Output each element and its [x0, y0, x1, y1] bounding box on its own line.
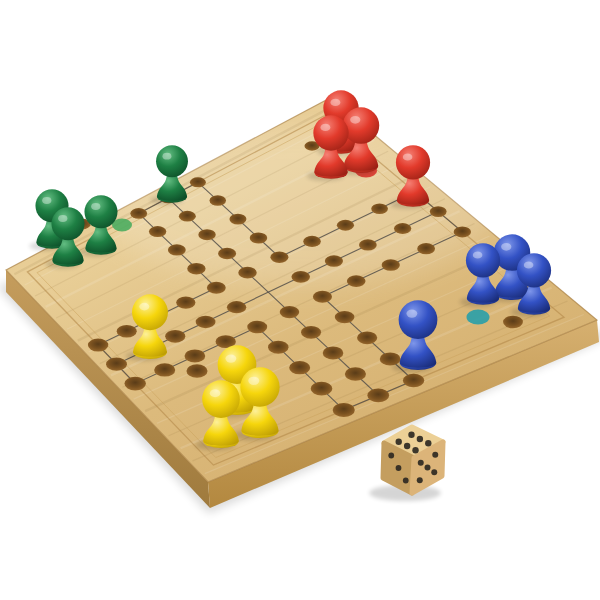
track-hole [106, 358, 127, 371]
track-hole [154, 363, 175, 376]
track-hole [185, 349, 206, 362]
track-hole [227, 301, 246, 313]
track-hole [347, 275, 366, 287]
track-hole [117, 325, 137, 338]
track-hole [333, 403, 355, 417]
track-hole [394, 223, 411, 234]
track-hole [176, 296, 195, 308]
track-hole [289, 361, 310, 374]
track-hole [345, 367, 366, 380]
scene [0, 0, 600, 600]
teal-start-dot [467, 310, 490, 325]
yellow-base-hole [186, 364, 207, 377]
track-hole [247, 321, 267, 334]
track-hole [209, 195, 226, 205]
track-hole [198, 229, 215, 240]
track-hole [367, 389, 389, 403]
track-hole [311, 382, 333, 396]
track-hole [196, 316, 216, 329]
track-hole [371, 203, 388, 214]
track-hole [130, 208, 147, 219]
track-hole [403, 374, 424, 388]
track-hole [325, 255, 343, 266]
track-hole [165, 330, 185, 343]
track-hole [268, 341, 288, 354]
track-hole [190, 177, 206, 187]
track-hole [291, 271, 310, 283]
track-hole [179, 211, 196, 222]
track-hole [88, 339, 108, 352]
blue-base-hole [503, 316, 523, 329]
track-hole [124, 377, 145, 391]
track-hole [187, 263, 205, 275]
track-hole [335, 311, 355, 323]
track-hole [357, 331, 377, 344]
track-hole [238, 267, 256, 279]
track-hole [430, 206, 447, 217]
track-hole [359, 239, 377, 250]
track-hole [337, 220, 354, 231]
track-hole [218, 248, 236, 259]
track-hole [313, 291, 332, 303]
track-hole [229, 214, 246, 225]
die[interactable] [369, 427, 443, 501]
track-hole [454, 226, 471, 237]
track-hole [323, 346, 344, 359]
track-hole [303, 236, 321, 247]
track-hole [250, 232, 268, 243]
ludo-scene [0, 0, 600, 600]
track-hole [280, 306, 300, 318]
track-hole [301, 326, 321, 339]
track-hole [417, 243, 435, 254]
track-hole [382, 259, 400, 271]
track-hole [270, 252, 288, 263]
track-hole [149, 226, 166, 237]
track-hole [207, 282, 226, 294]
track-hole [168, 244, 186, 255]
